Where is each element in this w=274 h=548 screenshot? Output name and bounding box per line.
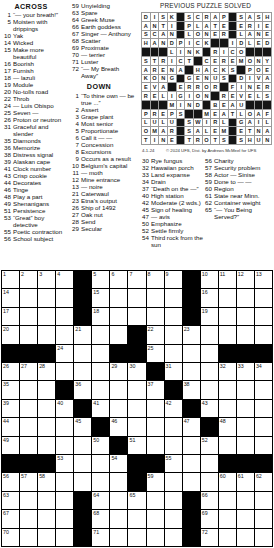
cell-13-9[interactable] [147,492,164,509]
cell-10-14[interactable] [237,437,254,454]
clue-number: 10 [2,32,11,39]
cell-10-2[interactable] [20,437,37,454]
cell-14-6[interactable]: 68 [92,510,109,527]
cell-8-14[interactable] [237,400,254,417]
cell-2-3[interactable] [38,289,55,306]
cell-14-8[interactable] [128,510,145,527]
cell-4-6[interactable] [92,326,109,343]
cell-8-15[interactable] [255,400,272,417]
cell-4-9[interactable]: 22 [147,326,164,343]
prev-cell-5-12: O [237,48,245,56]
cell-13-4[interactable] [56,492,73,509]
cell-14-10[interactable] [165,510,182,527]
prev-cell-12-13: O [246,110,254,118]
clue-number: 28 [70,218,79,225]
cell-14-14[interactable] [237,510,254,527]
cell-5-6[interactable] [92,345,109,362]
cell-5-12[interactable] [201,345,218,362]
prev-cell-2-10: E [220,22,228,30]
cell-2-9[interactable] [147,289,164,306]
prev-cell-8-1: K [142,75,150,83]
cell-1-13[interactable]: 11 [219,271,236,288]
cell-4-11[interactable]: 23 [183,326,200,343]
cell-14-1[interactable]: 67 [2,510,19,527]
cell-15-8[interactable] [128,529,145,546]
prev-cell-15-2: I [151,136,159,144]
prev-cell-9-10 [220,83,228,91]
cell-11-4[interactable]: 53 [56,455,73,472]
cell-15-6[interactable]: 71 [92,529,109,546]
cell-2-14[interactable] [237,289,254,306]
clue-across-38: 38Distress signal [2,151,66,158]
cell-3-1[interactable]: 17 [2,308,19,325]
clue-number: 31 [2,123,11,137]
cell-3-10[interactable] [165,308,182,325]
cell-13-10[interactable] [165,492,182,509]
cell-1-12[interactable]: 10 [201,271,218,288]
cell-15-9[interactable] [147,529,164,546]
cell-13-13[interactable] [219,492,236,509]
cell-number: 20 [3,326,9,333]
cell-6-15[interactable]: 34 [255,363,272,380]
prev-cell-10-9 [211,92,219,100]
cell-4-13[interactable] [219,326,236,343]
cell-12-3[interactable]: 58 [38,473,55,490]
cell-1-4[interactable]: 4 [56,271,73,288]
cell-3-3[interactable] [38,308,55,325]
clue-number: 41 [2,165,11,172]
cell-11-1 [2,455,19,472]
cell-6-6[interactable] [92,363,109,380]
cell-9-8[interactable] [128,418,145,435]
cell-11-7[interactable]: 54 [110,455,127,472]
clue-number: 32 [140,164,149,171]
cell-12-2[interactable]: 57 [20,473,37,490]
cell-2-7[interactable] [110,289,127,306]
prev-cell-15-9: T [211,136,219,144]
cell-6-2[interactable]: 27 [20,363,37,380]
prev-cell-12-2: R [151,110,159,118]
cell-7-8[interactable] [128,381,145,398]
cell-7-11[interactable]: 38 [183,381,200,398]
cell-14-7[interactable] [110,510,127,527]
cell-3-14[interactable] [237,308,254,325]
cell-8-3[interactable] [38,400,55,417]
cell-9-5[interactable]: 45 [74,418,91,435]
clue-down-11: 11— moth [70,169,137,176]
cell-6-11[interactable] [183,363,200,380]
cell-3-7[interactable] [110,308,127,325]
cell-7-2[interactable] [20,381,37,398]
cell-4-2[interactable] [20,326,37,343]
cell-12-14[interactable]: 61 [237,473,254,490]
cell-15-14[interactable] [237,529,254,546]
cell-8-4[interactable]: 40 [56,400,73,417]
cell-5-4[interactable]: 24 [56,345,73,362]
prev-cell-6-4: I [168,57,176,65]
cell-6-1[interactable]: 26 [2,363,19,380]
cell-number: 58 [39,473,45,480]
cell-6-14[interactable]: 33 [237,363,254,380]
prev-cell-5-1 [142,48,150,56]
cell-8-12[interactable]: 43 [201,400,218,417]
clue-across-46: 46Tinge [2,186,66,193]
cell-7-14[interactable] [237,381,254,398]
cell-11-6[interactable] [92,455,109,472]
clue-text: Charity [212,157,234,164]
cell-2-15[interactable] [255,289,272,306]
cell-5-5[interactable] [74,345,91,362]
prev-cell-6-2: T [151,57,159,65]
cell-11-5[interactable] [74,455,91,472]
cell-15-11 [183,529,200,546]
cell-9-13[interactable]: 48 [219,418,236,435]
cell-9-11[interactable]: 47 [183,418,200,435]
cell-9-7[interactable]: 46 [110,418,127,435]
cell-15-12[interactable]: 72 [201,529,218,546]
cell-10-5[interactable] [74,437,91,454]
prev-cell-4-10 [220,39,228,47]
cell-14-15[interactable] [255,510,272,527]
cell-2-5 [74,289,91,306]
cell-11-12[interactable] [201,455,218,472]
cell-12-15[interactable]: 62 [255,473,272,490]
cell-12-13[interactable]: 60 [219,473,236,490]
prev-cell-5-9: R [211,48,219,56]
cell-13-3[interactable] [38,492,55,509]
cell-number: 69 [202,510,208,517]
cell-number: 28 [39,363,45,370]
cell-10-10[interactable] [165,437,182,454]
cell-4-7[interactable] [110,326,127,343]
cell-number: 61 [238,473,244,480]
cell-10-8[interactable]: 51 [128,437,145,454]
clue-across-51: 51Persistence [2,207,66,214]
cell-2-12[interactable]: 16 [201,289,218,306]
cell-15-1[interactable]: 70 [2,529,19,546]
cell-2-1[interactable]: 14 [2,289,19,306]
cell-13-14[interactable] [237,492,254,509]
cell-15-3[interactable] [38,529,55,546]
cell-9-9[interactable] [147,418,164,435]
prev-cell-6-3: R [159,57,167,65]
cell-8-8[interactable] [128,400,145,417]
prev-cell-2-13: R [246,22,254,30]
clue-number: 63 [70,9,79,16]
cell-number: 41 [93,400,99,407]
prev-cell-14-10: M [220,127,228,135]
cell-1-3[interactable]: 3 [38,271,55,288]
cell-7-13[interactable] [219,381,236,398]
cell-14-9[interactable] [147,510,164,527]
clue-number: 48 [2,193,11,200]
cell-10-13[interactable] [219,437,236,454]
cell-1-14[interactable]: 12 [237,271,254,288]
cell-number: 3 [39,271,42,278]
cell-number: 51 [129,437,135,444]
cell-10-3[interactable] [38,437,55,454]
cell-4-3[interactable] [38,326,55,343]
clue-number: 5 [2,18,11,32]
cell-9-2[interactable] [20,418,37,435]
cell-number: 40 [57,400,63,407]
cell-10-12[interactable]: 52 [201,437,218,454]
cell-12-8 [128,473,145,490]
clue-across-24: 24— Luis Obispo [2,102,66,109]
prev-cell-14-13: T [246,127,254,135]
clue-number: 59 [203,178,212,185]
cell-4-5[interactable]: 21 [74,326,91,343]
prev-cell-11-5: I [177,101,185,109]
cell-10-15[interactable] [255,437,272,454]
cell-6-3[interactable]: 28 [38,363,55,380]
cell-2-2[interactable] [20,289,37,306]
prev-cell-11-10: E [220,101,228,109]
cell-12-5[interactable] [74,473,91,490]
cell-9-10[interactable] [165,418,182,435]
cell-6-5[interactable] [74,363,91,380]
clue-number: 5 [70,127,79,134]
clue-number: 1 [70,92,79,106]
clue-number: 60 [203,185,212,192]
clue-text: Memorize [11,144,40,151]
prev-cell-9-11: F [229,83,237,91]
clue-text: Done to — — [212,178,252,185]
cell-5-3 [38,345,55,362]
cell-1-10[interactable]: 9 [165,271,182,288]
across-clues-list-1: 1“— your breath!”5Moisten with drippings… [2,11,66,242]
cell-4-14[interactable] [237,326,254,343]
clue-across-49: 49Shenanigans [2,200,66,207]
cell-12-6[interactable] [92,473,109,490]
cell-8-13[interactable] [219,400,236,417]
cell-15-13[interactable] [219,529,236,546]
cell-4-15[interactable] [255,326,272,343]
cell-number: 49 [3,437,9,444]
clue-across-43: 43Crisp cookie [2,172,66,179]
clue-number: 70 [70,51,79,58]
cell-1-8[interactable]: 7 [128,271,145,288]
cell-9-14[interactable] [237,418,254,435]
cell-6-7[interactable]: 29 [110,363,127,380]
cell-8-10[interactable]: 42 [165,400,182,417]
cell-2-4[interactable] [56,289,73,306]
clue-text: Persistence [11,207,45,214]
cell-12-9[interactable]: 59 [147,473,164,490]
clue-number: 12 [70,176,79,183]
prev-cell-2-4: I [168,22,176,30]
cell-15-7[interactable] [110,529,127,546]
cell-1-2[interactable]: 2 [20,271,37,288]
cell-5-9[interactable]: 25 [147,345,164,362]
prev-cell-10-6: I [185,92,193,100]
cell-13-7[interactable] [110,492,127,509]
prev-cell-10-5: G [177,92,185,100]
cell-13-8[interactable]: 65 [128,492,145,509]
cell-number: 71 [93,529,99,536]
cell-1-1[interactable]: 1 [2,271,19,288]
cell-3-13[interactable] [219,308,236,325]
cell-10-1[interactable]: 49 [2,437,19,454]
prev-cell-15-4: E [168,136,176,144]
cell-number: 59 [148,473,154,480]
cell-14-2[interactable] [20,510,37,527]
cell-7-3[interactable] [38,381,55,398]
clue-number: 21 [70,190,79,197]
cell-9-15[interactable] [255,418,272,435]
cell-10-11[interactable] [183,437,200,454]
clue-text: Seven — [11,109,38,116]
cell-13-1[interactable]: 63 [2,492,19,509]
clue-text: No-tolls road [11,88,48,95]
clue-number: 30 [140,157,149,164]
cell-12-12[interactable] [201,473,218,490]
cell-number: 2 [21,271,24,278]
clue-number: 51 [2,207,11,214]
clue-text: — terrier [79,51,105,58]
prev-cell-8-3: N [159,75,167,83]
cell-8-1[interactable]: 39 [2,400,19,417]
cell-3-15[interactable] [255,308,272,325]
cell-12-11[interactable] [183,473,200,490]
cell-12-10[interactable] [165,473,182,490]
clue-across-53: 53“Great” boy detective [2,214,66,228]
cell-14-4[interactable] [56,510,73,527]
cell-3-4[interactable] [56,308,73,325]
cell-6-4[interactable] [56,363,73,380]
prev-cell-10-10: R [220,92,228,100]
cell-14-3[interactable] [38,510,55,527]
cell-3-9[interactable] [147,308,164,325]
cell-9-1[interactable]: 44 [2,418,19,435]
cell-1-6[interactable]: 5 [92,271,109,288]
cell-14-13[interactable] [219,510,236,527]
cell-1-15[interactable]: 13 [255,271,272,288]
prev-cell-6-8: C [203,57,211,65]
cell-12-7[interactable] [110,473,127,490]
cell-9-3[interactable] [38,418,55,435]
cell-3-12[interactable]: 19 [201,308,218,325]
cell-13-6[interactable]: 64 [92,492,109,509]
cell-6-8[interactable]: 30 [128,363,145,380]
cell-3-6[interactable]: 18 [92,308,109,325]
cell-5-11[interactable] [183,345,200,362]
clue-number: 57 [203,164,212,171]
prev-cell-9-5: E [177,83,185,91]
cell-number: 31 [166,363,172,370]
cell-10-4[interactable] [56,437,73,454]
cell-5-7 [110,345,127,362]
cell-number: 34 [256,363,262,370]
cell-4-1[interactable]: 20 [2,326,19,343]
cell-15-2[interactable] [20,529,37,546]
clue-across-17: 17Furnish [2,67,66,74]
cell-15-4[interactable] [56,529,73,546]
clue-down-7: 7Concession [70,141,137,148]
cell-12-4[interactable] [56,473,73,490]
cell-7-1[interactable]: 35 [2,381,19,398]
prev-cell-9-12: I [237,83,245,91]
cell-5-10[interactable] [165,345,182,362]
clue-down-58: 58Actor — Sinise [203,171,271,178]
prev-cell-5-3 [159,48,167,56]
cell-4-4[interactable] [56,326,73,343]
clue-across-67: 67Singer — Anthony [70,30,137,37]
clue-number: 17 [2,67,11,74]
cell-number: 68 [93,510,99,517]
cell-14-12[interactable]: 69 [201,510,218,527]
cell-10-6[interactable]: 50 [92,437,109,454]
cell-12-1[interactable]: 56 [2,473,19,490]
clue-number: 23 [70,197,79,204]
clue-text: Distress signal [11,151,53,158]
clue-text: “Great” boy detective [11,214,66,228]
clue-down-57: 57Security problem [203,164,271,171]
cell-13-12[interactable]: 66 [201,492,218,509]
clue-text: Security problem [212,164,260,171]
clue-text: Most senior [79,120,113,127]
cell-7-5[interactable]: 36 [74,381,91,398]
prev-cell-1-10: P [220,13,228,21]
cell-13-15[interactable] [255,492,272,509]
cell-15-10[interactable] [165,529,182,546]
cell-8-9[interactable] [147,400,164,417]
prev-cell-7-12 [237,66,245,74]
prev-cell-6-1: S [142,57,150,65]
cell-15-15[interactable] [255,529,272,546]
cell-13-2[interactable] [20,492,37,509]
cell-2-6[interactable]: 15 [92,289,109,306]
cell-8-7[interactable] [110,400,127,417]
cell-8-2[interactable] [20,400,37,417]
prev-cell-11-6: N [185,101,193,109]
cell-7-12[interactable] [201,381,218,398]
cell-7-15[interactable] [255,381,272,398]
cell-3-8[interactable] [128,308,145,325]
cell-8-6[interactable]: 41 [92,400,109,417]
cell-7-7[interactable] [110,381,127,398]
cell-11-11[interactable] [183,455,200,472]
cell-6-10[interactable]: 31 [165,363,182,380]
cell-6-12[interactable] [201,363,218,380]
prev-cell-2-3: T [159,22,167,30]
cell-2-10[interactable] [165,289,182,306]
clue-text: Scatter [79,37,101,44]
cell-3-2[interactable] [20,308,37,325]
cell-6-13[interactable]: 32 [219,363,236,380]
cell-11-13 [219,455,236,472]
cell-4-10[interactable] [165,326,182,343]
clue-across-1: 1“— your breath!” [2,11,66,18]
clue-text: Diamonds [11,137,41,144]
cell-2-13[interactable] [219,289,236,306]
cell-10-9[interactable] [147,437,164,454]
prev-cell-15-6: T [185,136,193,144]
clue-number: 18 [2,74,11,81]
cell-4-12[interactable] [201,326,218,343]
cell-9-4[interactable] [56,418,73,435]
cell-1-9[interactable]: 8 [147,271,164,288]
cell-11-10[interactable]: 55 [165,455,182,472]
cell-7-9[interactable]: 37 [147,381,164,398]
prev-cell-8-7: E [194,75,202,83]
clue-number: 72 [70,65,79,79]
prev-cell-4-11: I [229,39,237,47]
cell-7-6[interactable] [92,381,109,398]
cell-2-8[interactable] [128,289,145,306]
cell-1-7[interactable]: 6 [110,271,127,288]
prev-cell-13-7: W [194,119,202,127]
